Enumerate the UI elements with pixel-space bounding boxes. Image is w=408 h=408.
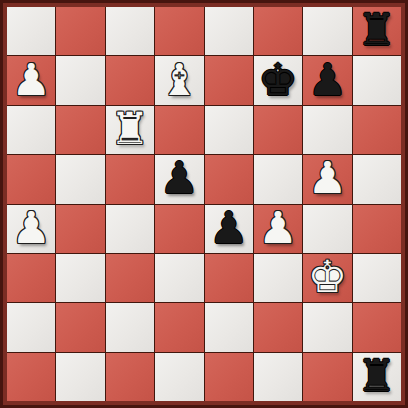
piece-white-pawn-f4[interactable]: ♟ (258, 206, 297, 250)
square-d7[interactable]: ♝ (155, 56, 203, 104)
square-g6[interactable] (303, 106, 351, 154)
square-g1[interactable] (303, 353, 351, 401)
piece-white-pawn-g5[interactable]: ♟ (308, 156, 347, 200)
piece-black-pawn-e4[interactable]: ♟ (209, 206, 248, 250)
chess-board: ♜♟♝♚♟♜♟♟♟♟♟♚♜ (7, 7, 401, 401)
square-h5[interactable] (353, 155, 401, 203)
square-c6[interactable]: ♜ (106, 106, 154, 154)
square-e3[interactable] (205, 254, 253, 302)
square-h6[interactable] (353, 106, 401, 154)
square-e4[interactable]: ♟ (205, 205, 253, 253)
square-c4[interactable] (106, 205, 154, 253)
piece-black-pawn-g7[interactable]: ♟ (308, 58, 347, 102)
square-e5[interactable] (205, 155, 253, 203)
square-f2[interactable] (254, 303, 302, 351)
square-d8[interactable] (155, 7, 203, 55)
square-e8[interactable] (205, 7, 253, 55)
square-h1[interactable]: ♜ (353, 353, 401, 401)
square-b1[interactable] (56, 353, 104, 401)
square-e7[interactable] (205, 56, 253, 104)
square-c8[interactable] (106, 7, 154, 55)
square-d2[interactable] (155, 303, 203, 351)
square-g2[interactable] (303, 303, 351, 351)
square-d6[interactable] (155, 106, 203, 154)
square-e1[interactable] (205, 353, 253, 401)
square-h4[interactable] (353, 205, 401, 253)
square-d5[interactable]: ♟ (155, 155, 203, 203)
square-a1[interactable] (7, 353, 55, 401)
square-f6[interactable] (254, 106, 302, 154)
square-a4[interactable]: ♟ (7, 205, 55, 253)
square-b5[interactable] (56, 155, 104, 203)
square-a6[interactable] (7, 106, 55, 154)
square-c7[interactable] (106, 56, 154, 104)
piece-white-pawn-a4[interactable]: ♟ (11, 206, 50, 250)
square-c1[interactable] (106, 353, 154, 401)
square-d4[interactable] (155, 205, 203, 253)
square-g5[interactable]: ♟ (303, 155, 351, 203)
square-h7[interactable] (353, 56, 401, 104)
square-h2[interactable] (353, 303, 401, 351)
square-b8[interactable] (56, 7, 104, 55)
square-d1[interactable] (155, 353, 203, 401)
square-c2[interactable] (106, 303, 154, 351)
square-g3[interactable]: ♚ (303, 254, 351, 302)
square-a5[interactable] (7, 155, 55, 203)
square-e6[interactable] (205, 106, 253, 154)
square-f8[interactable] (254, 7, 302, 55)
chess-board-frame: ♜♟♝♚♟♜♟♟♟♟♟♚♜ (0, 0, 408, 408)
square-a3[interactable] (7, 254, 55, 302)
piece-white-king-g3[interactable]: ♚ (308, 255, 347, 299)
square-f7[interactable]: ♚ (254, 56, 302, 104)
square-c5[interactable] (106, 155, 154, 203)
piece-white-rook-c6[interactable]: ♜ (110, 107, 149, 151)
piece-black-king-f7[interactable]: ♚ (258, 58, 297, 102)
square-b6[interactable] (56, 106, 104, 154)
square-f5[interactable] (254, 155, 302, 203)
piece-white-pawn-a7[interactable]: ♟ (11, 58, 50, 102)
square-b7[interactable] (56, 56, 104, 104)
square-h8[interactable]: ♜ (353, 7, 401, 55)
square-d3[interactable] (155, 254, 203, 302)
square-h3[interactable] (353, 254, 401, 302)
square-c3[interactable] (106, 254, 154, 302)
piece-white-bishop-d7[interactable]: ♝ (160, 58, 199, 102)
square-g4[interactable] (303, 205, 351, 253)
square-b4[interactable] (56, 205, 104, 253)
square-a7[interactable]: ♟ (7, 56, 55, 104)
square-g8[interactable] (303, 7, 351, 55)
square-f1[interactable] (254, 353, 302, 401)
square-f4[interactable]: ♟ (254, 205, 302, 253)
square-a2[interactable] (7, 303, 55, 351)
piece-black-rook-h1[interactable]: ♜ (357, 354, 396, 398)
square-b2[interactable] (56, 303, 104, 351)
piece-black-rook-h8[interactable]: ♜ (357, 8, 396, 52)
square-b3[interactable] (56, 254, 104, 302)
square-a8[interactable] (7, 7, 55, 55)
square-g7[interactable]: ♟ (303, 56, 351, 104)
piece-black-pawn-d5[interactable]: ♟ (160, 156, 199, 200)
square-e2[interactable] (205, 303, 253, 351)
square-f3[interactable] (254, 254, 302, 302)
